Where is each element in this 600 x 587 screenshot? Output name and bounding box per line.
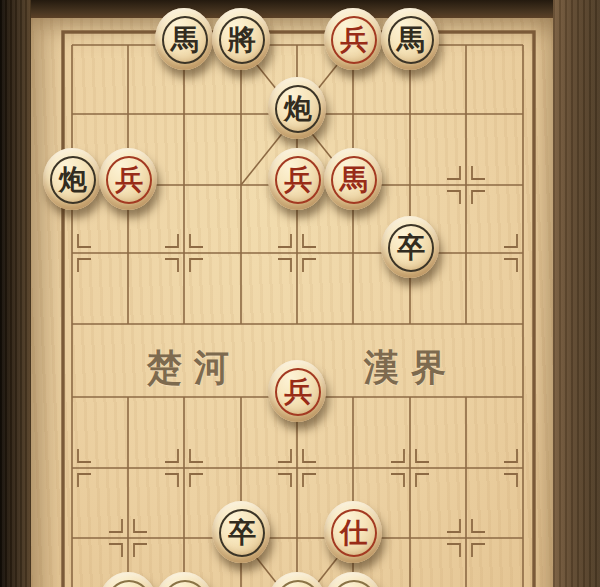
piece-character: 兵 <box>284 166 312 194</box>
piece-black-cannon[interactable]: 炮 <box>43 148 101 210</box>
piece-ring: 馬 <box>162 16 208 64</box>
piece-character: 仕 <box>340 519 368 547</box>
piece-ring: 兵 <box>331 16 377 64</box>
xiangqi-app: 楚河 漢界 馬將兵馬炮炮兵兵馬卒兵卒仕 <box>0 0 600 587</box>
piece-character: 兵 <box>340 26 368 54</box>
piece-ring: 卒 <box>219 509 265 557</box>
piece-ring <box>275 580 321 587</box>
piece-ring: 炮 <box>275 85 321 133</box>
piece-character: 卒 <box>397 234 425 262</box>
piece-ring <box>162 580 208 587</box>
piece-red-horse[interactable]: 馬 <box>324 148 382 210</box>
river-label-right: 漢界 <box>364 343 458 392</box>
piece-character: 卒 <box>228 519 256 547</box>
piece-ring: 炮 <box>50 156 96 204</box>
piece-character: 將 <box>228 26 256 54</box>
piece-ring <box>331 580 377 587</box>
piece-ring: 兵 <box>106 156 152 204</box>
piece-character: 炮 <box>284 95 312 123</box>
piece-ring: 馬 <box>388 16 434 64</box>
wood-frame-top <box>0 0 600 18</box>
wood-frame-right <box>553 0 600 587</box>
river-label-left: 楚河 <box>147 343 241 392</box>
piece-ring: 馬 <box>331 156 377 204</box>
piece-black-horse[interactable]: 馬 <box>381 8 439 70</box>
piece-black-general[interactable]: 將 <box>212 8 270 70</box>
piece-ring: 兵 <box>275 368 321 416</box>
piece-black-horse[interactable]: 馬 <box>155 8 213 70</box>
piece-character: 兵 <box>115 166 143 194</box>
piece-character: 馬 <box>171 26 199 54</box>
piece-ring: 兵 <box>275 156 321 204</box>
piece-character: 馬 <box>340 166 368 194</box>
wood-frame-left <box>0 0 31 587</box>
piece-black-soldier[interactable]: 卒 <box>212 501 270 563</box>
piece-red-advisor[interactable]: 仕 <box>324 501 382 563</box>
piece-black-cannon[interactable]: 炮 <box>268 77 326 139</box>
piece-red-soldier[interactable]: 兵 <box>324 8 382 70</box>
piece-red-soldier[interactable]: 兵 <box>268 360 326 422</box>
piece-ring: 將 <box>219 16 265 64</box>
piece-black-soldier[interactable]: 卒 <box>381 216 439 278</box>
piece-ring: 仕 <box>331 509 377 557</box>
piece-character: 炮 <box>59 166 87 194</box>
piece-ring <box>106 580 152 587</box>
piece-red-soldier[interactable]: 兵 <box>268 148 326 210</box>
piece-ring: 卒 <box>388 224 434 272</box>
piece-character: 馬 <box>397 26 425 54</box>
piece-red-soldier[interactable]: 兵 <box>99 148 157 210</box>
piece-character: 兵 <box>284 378 312 406</box>
